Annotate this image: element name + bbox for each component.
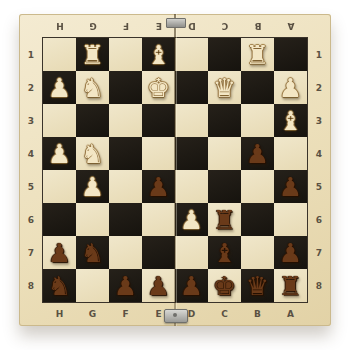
black-rook-a8[interactable]: ♜ xyxy=(279,273,302,299)
white-knight-g4[interactable]: ♞ xyxy=(81,141,104,167)
black-knight-h8[interactable]: ♞ xyxy=(48,273,71,299)
square-e1[interactable]: ♝ xyxy=(142,38,175,71)
black-pawn-e5[interactable]: ♟ xyxy=(147,174,170,200)
rank-label-3: 3 xyxy=(25,115,37,127)
square-f1[interactable] xyxy=(109,38,142,71)
file-label-F: F xyxy=(120,308,132,320)
square-g4[interactable]: ♞ xyxy=(76,137,109,170)
white-king-e2[interactable]: ♚ xyxy=(147,75,170,101)
square-e2[interactable]: ♚ xyxy=(142,71,175,104)
black-pawn-e8[interactable]: ♟ xyxy=(147,273,170,299)
square-c4[interactable] xyxy=(208,137,241,170)
square-f6[interactable] xyxy=(109,203,142,236)
white-queen-c2[interactable]: ♛ xyxy=(213,75,236,101)
white-pawn-h4[interactable]: ♟ xyxy=(48,141,71,167)
square-b1[interactable]: ♜ xyxy=(241,38,274,71)
white-pawn-a2[interactable]: ♟ xyxy=(279,75,302,101)
square-h7[interactable]: ♟ xyxy=(43,236,76,269)
square-c6[interactable]: ♜ xyxy=(208,203,241,236)
square-d2[interactable] xyxy=(175,71,208,104)
black-queen-b8[interactable]: ♛ xyxy=(246,273,269,299)
rank-label-3: 3 xyxy=(313,115,325,127)
square-b6[interactable] xyxy=(241,203,274,236)
square-e8[interactable]: ♟ xyxy=(142,269,175,302)
black-knight-g7[interactable]: ♞ xyxy=(81,240,104,266)
square-g6[interactable] xyxy=(76,203,109,236)
rank-labels-left: 12345678 xyxy=(19,38,43,302)
square-b7[interactable] xyxy=(241,236,274,269)
square-g8[interactable] xyxy=(76,269,109,302)
rank-label-4: 4 xyxy=(25,148,37,160)
rank-label-2: 2 xyxy=(313,82,325,94)
square-b8[interactable]: ♛ xyxy=(241,269,274,302)
clasp-icon xyxy=(164,309,188,323)
square-h4[interactable]: ♟ xyxy=(43,137,76,170)
hinge-icon xyxy=(166,18,186,28)
file-label-D: D xyxy=(186,20,198,32)
white-pawn-g5[interactable]: ♟ xyxy=(81,174,104,200)
square-c5[interactable] xyxy=(208,170,241,203)
square-e5[interactable]: ♟ xyxy=(142,170,175,203)
square-c7[interactable]: ♝ xyxy=(208,236,241,269)
file-label-A: A xyxy=(285,20,297,32)
square-d3[interactable] xyxy=(175,104,208,137)
rank-label-2: 2 xyxy=(25,82,37,94)
file-label-E: E xyxy=(153,20,165,32)
square-f2[interactable] xyxy=(109,71,142,104)
square-h8[interactable]: ♞ xyxy=(43,269,76,302)
file-label-G: G xyxy=(87,20,99,32)
board-grid: ♜♝♜♟♞♚♛♟♝♟♞♟♟♟♟♟♜♟♞♝♟♞♟♟♟♚♛♜ xyxy=(43,38,307,302)
square-a8[interactable]: ♜ xyxy=(274,269,307,302)
rank-label-6: 6 xyxy=(25,214,37,226)
rank-label-7: 7 xyxy=(25,247,37,259)
black-pawn-a5[interactable]: ♟ xyxy=(279,174,302,200)
square-d6[interactable]: ♟ xyxy=(175,203,208,236)
white-rook-b1[interactable]: ♜ xyxy=(246,42,269,68)
square-f5[interactable] xyxy=(109,170,142,203)
square-g2[interactable]: ♞ xyxy=(76,71,109,104)
black-king-c8[interactable]: ♚ xyxy=(213,273,236,299)
square-a7[interactable]: ♟ xyxy=(274,236,307,269)
square-e4[interactable] xyxy=(142,137,175,170)
square-f3[interactable] xyxy=(109,104,142,137)
square-a2[interactable]: ♟ xyxy=(274,71,307,104)
white-rook-g1[interactable]: ♜ xyxy=(81,42,104,68)
square-e3[interactable] xyxy=(142,104,175,137)
square-d7[interactable] xyxy=(175,236,208,269)
file-label-B: B xyxy=(252,20,264,32)
white-bishop-a3[interactable]: ♝ xyxy=(279,108,302,134)
square-b2[interactable] xyxy=(241,71,274,104)
square-a4[interactable] xyxy=(274,137,307,170)
square-c3[interactable] xyxy=(208,104,241,137)
square-g7[interactable]: ♞ xyxy=(76,236,109,269)
square-a5[interactable]: ♟ xyxy=(274,170,307,203)
rank-label-8: 8 xyxy=(25,280,37,292)
white-bishop-e1[interactable]: ♝ xyxy=(147,42,170,68)
rank-labels-right: 12345678 xyxy=(307,38,331,302)
file-label-H: H xyxy=(54,20,66,32)
black-pawn-b4[interactable]: ♟ xyxy=(246,141,269,167)
rank-label-1: 1 xyxy=(25,49,37,61)
square-h2[interactable]: ♟ xyxy=(43,71,76,104)
black-bishop-c7[interactable]: ♝ xyxy=(213,240,236,266)
black-pawn-a7[interactable]: ♟ xyxy=(279,240,302,266)
square-d1[interactable] xyxy=(175,38,208,71)
square-h5[interactable] xyxy=(43,170,76,203)
file-label-H: H xyxy=(54,308,66,320)
square-h1[interactable] xyxy=(43,38,76,71)
square-f8[interactable]: ♟ xyxy=(109,269,142,302)
white-pawn-h2[interactable]: ♟ xyxy=(48,75,71,101)
rank-label-1: 1 xyxy=(313,49,325,61)
file-label-F: F xyxy=(120,20,132,32)
square-d5[interactable] xyxy=(175,170,208,203)
file-label-B: B xyxy=(252,308,264,320)
black-pawn-f8[interactable]: ♟ xyxy=(114,273,137,299)
square-g3[interactable] xyxy=(76,104,109,137)
rank-label-8: 8 xyxy=(313,280,325,292)
rank-label-5: 5 xyxy=(313,181,325,193)
square-a1[interactable] xyxy=(274,38,307,71)
file-label-G: G xyxy=(87,308,99,320)
rank-label-4: 4 xyxy=(313,148,325,160)
square-b5[interactable] xyxy=(241,170,274,203)
black-pawn-d8[interactable]: ♟ xyxy=(180,273,203,299)
square-h6[interactable] xyxy=(43,203,76,236)
square-e6[interactable] xyxy=(142,203,175,236)
square-c2[interactable]: ♛ xyxy=(208,71,241,104)
square-e7[interactable] xyxy=(142,236,175,269)
square-h3[interactable] xyxy=(43,104,76,137)
white-pawn-d6[interactable]: ♟ xyxy=(180,207,203,233)
square-g1[interactable]: ♜ xyxy=(76,38,109,71)
fold-seam-icon xyxy=(174,14,176,326)
square-c8[interactable]: ♚ xyxy=(208,269,241,302)
file-label-C: C xyxy=(219,20,231,32)
square-b4[interactable]: ♟ xyxy=(241,137,274,170)
rank-label-6: 6 xyxy=(313,214,325,226)
chess-board: HGFEDCBA 12345678 ♜♝♜♟♞♚♛♟♝♟♞♟♟♟♟♟♜♟♞♝♟♞… xyxy=(19,14,331,326)
square-f7[interactable] xyxy=(109,236,142,269)
product-photo: HGFEDCBA 12345678 ♜♝♜♟♞♚♛♟♝♟♞♟♟♟♟♟♜♟♞♝♟♞… xyxy=(0,0,350,350)
file-label-E: E xyxy=(153,308,165,320)
square-c1[interactable] xyxy=(208,38,241,71)
white-knight-g2[interactable]: ♞ xyxy=(81,75,104,101)
rank-label-5: 5 xyxy=(25,181,37,193)
square-d8[interactable]: ♟ xyxy=(175,269,208,302)
black-rook-c6[interactable]: ♜ xyxy=(213,207,236,233)
square-a6[interactable] xyxy=(274,203,307,236)
square-f4[interactable] xyxy=(109,137,142,170)
rank-label-7: 7 xyxy=(313,247,325,259)
square-a3[interactable]: ♝ xyxy=(274,104,307,137)
square-b3[interactable] xyxy=(241,104,274,137)
square-g5[interactable]: ♟ xyxy=(76,170,109,203)
file-label-C: C xyxy=(219,308,231,320)
square-d4[interactable] xyxy=(175,137,208,170)
file-label-A: A xyxy=(285,308,297,320)
black-pawn-h7[interactable]: ♟ xyxy=(48,240,71,266)
